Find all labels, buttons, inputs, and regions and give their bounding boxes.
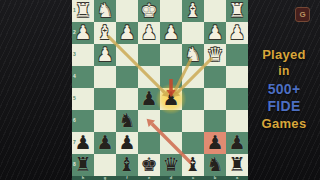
- square-f7: ♟: [116, 132, 138, 154]
- video-thumbnail: 1♜♞♚♝♜2♟♝♟♟♟♟♟3♟♞♛45♟♟6♞7♟♟♟♟♟8♜♝♚♛♝♞♜ h…: [0, 0, 320, 180]
- square-f2: ♟: [116, 22, 138, 44]
- square-d3: [160, 44, 182, 66]
- black-pawn: ♟: [116, 132, 138, 154]
- file-labels: hgfedcba: [72, 176, 248, 180]
- white-knight: ♞: [94, 0, 116, 22]
- white-bishop: ♝: [182, 0, 204, 22]
- square-c8: ♝: [182, 154, 204, 176]
- caption-line-1: Played: [249, 46, 319, 63]
- file-label-f: f: [116, 176, 138, 180]
- rank-label-2: 2: [73, 29, 76, 35]
- logo-letter: G: [299, 11, 305, 19]
- black-pawn: ♟: [204, 132, 226, 154]
- square-e8: ♚: [138, 154, 160, 176]
- caption-line-5: Games: [249, 115, 319, 133]
- square-d1: [160, 0, 182, 22]
- square-h4: 4: [72, 66, 94, 88]
- square-h1: 1♜: [72, 0, 94, 22]
- caption-line-2: in: [249, 63, 319, 80]
- rank-label-6: 6: [73, 117, 76, 123]
- square-f1: [116, 0, 138, 22]
- chess-board-area: 1♜♞♚♝♜2♟♝♟♟♟♟♟3♟♞♛45♟♟6♞7♟♟♟♟♟8♜♝♚♛♝♞♜ h…: [72, 0, 248, 180]
- square-e7: [138, 132, 160, 154]
- square-b3: ♛: [204, 44, 226, 66]
- black-queen: ♛: [160, 154, 182, 176]
- square-b8: ♞: [204, 154, 226, 176]
- square-g3: ♟: [94, 44, 116, 66]
- square-g6: [94, 110, 116, 132]
- square-a8: ♜: [226, 154, 248, 176]
- file-label-g: g: [94, 176, 116, 180]
- square-a7: ♟: [226, 132, 248, 154]
- square-e3: [138, 44, 160, 66]
- white-bishop: ♝: [94, 22, 116, 44]
- file-label-c: c: [182, 176, 204, 180]
- white-pawn: ♟: [138, 22, 160, 44]
- square-g8: [94, 154, 116, 176]
- white-knight: ♞: [182, 44, 204, 66]
- square-g5: [94, 88, 116, 110]
- square-a4: [226, 66, 248, 88]
- square-f4: [116, 66, 138, 88]
- file-label-b: b: [204, 176, 226, 180]
- square-b5: [204, 88, 226, 110]
- white-pawn: ♟: [204, 22, 226, 44]
- black-bishop: ♝: [182, 154, 204, 176]
- square-f8: ♝: [116, 154, 138, 176]
- black-knight: ♞: [116, 110, 138, 132]
- square-a2: ♟: [226, 22, 248, 44]
- square-f6: ♞: [116, 110, 138, 132]
- black-knight: ♞: [204, 154, 226, 176]
- black-rook: ♜: [226, 154, 248, 176]
- square-a3: [226, 44, 248, 66]
- white-pawn: ♟: [226, 22, 248, 44]
- chess-board: 1♜♞♚♝♜2♟♝♟♟♟♟♟3♟♞♛45♟♟6♞7♟♟♟♟♟8♜♝♚♛♝♞♜: [72, 0, 248, 176]
- black-king: ♚: [138, 154, 160, 176]
- white-rook: ♜: [226, 0, 248, 22]
- caption-line-3: 500+: [249, 80, 319, 98]
- channel-logo: G: [295, 7, 310, 22]
- square-h5: 5: [72, 88, 94, 110]
- rank-label-4: 4: [73, 73, 76, 79]
- white-queen: ♛: [204, 44, 226, 66]
- rank-label-1: 1: [73, 7, 76, 13]
- file-label-a: a: [226, 176, 248, 180]
- caption-text: Playedin500+FIDEGames: [249, 46, 319, 133]
- square-h7: 7♟: [72, 132, 94, 154]
- square-h6: 6: [72, 110, 94, 132]
- square-c7: [182, 132, 204, 154]
- file-label-e: e: [138, 176, 160, 180]
- square-b1: [204, 0, 226, 22]
- square-e5: ♟: [138, 88, 160, 110]
- white-pawn: ♟: [94, 44, 116, 66]
- square-g7: ♟: [94, 132, 116, 154]
- square-f5: [116, 88, 138, 110]
- square-h2: 2♟: [72, 22, 94, 44]
- square-d5: ♟: [160, 88, 182, 110]
- white-pawn: ♟: [116, 22, 138, 44]
- black-pawn: ♟: [94, 132, 116, 154]
- square-d7: [160, 132, 182, 154]
- square-c2: [182, 22, 204, 44]
- square-g2: ♝: [94, 22, 116, 44]
- black-bishop: ♝: [116, 154, 138, 176]
- square-g4: [94, 66, 116, 88]
- square-d2: ♟: [160, 22, 182, 44]
- rank-label-5: 5: [73, 95, 76, 101]
- white-pawn: ♟: [160, 22, 182, 44]
- square-a1: ♜: [226, 0, 248, 22]
- square-d8: ♛: [160, 154, 182, 176]
- caption-line-4: FIDE: [249, 98, 319, 115]
- square-a5: [226, 88, 248, 110]
- square-e2: ♟: [138, 22, 160, 44]
- square-b7: ♟: [204, 132, 226, 154]
- file-label-h: h: [72, 176, 94, 180]
- square-b2: ♟: [204, 22, 226, 44]
- square-h3: 3: [72, 44, 94, 66]
- square-e1: ♚: [138, 0, 160, 22]
- square-f3: [116, 44, 138, 66]
- square-b6: [204, 110, 226, 132]
- black-pawn: ♟: [138, 88, 160, 110]
- square-b4: [204, 66, 226, 88]
- rank-label-8: 8: [73, 161, 76, 167]
- square-g1: ♞: [94, 0, 116, 22]
- square-c3: ♞: [182, 44, 204, 66]
- square-a6: [226, 110, 248, 132]
- file-label-d: d: [160, 176, 182, 180]
- rank-label-3: 3: [73, 51, 76, 57]
- square-c1: ♝: [182, 0, 204, 22]
- square-h8: 8♜: [72, 154, 94, 176]
- white-king: ♚: [138, 0, 160, 22]
- black-pawn: ♟: [160, 88, 182, 110]
- rank-label-7: 7: [73, 139, 76, 145]
- black-pawn: ♟: [226, 132, 248, 154]
